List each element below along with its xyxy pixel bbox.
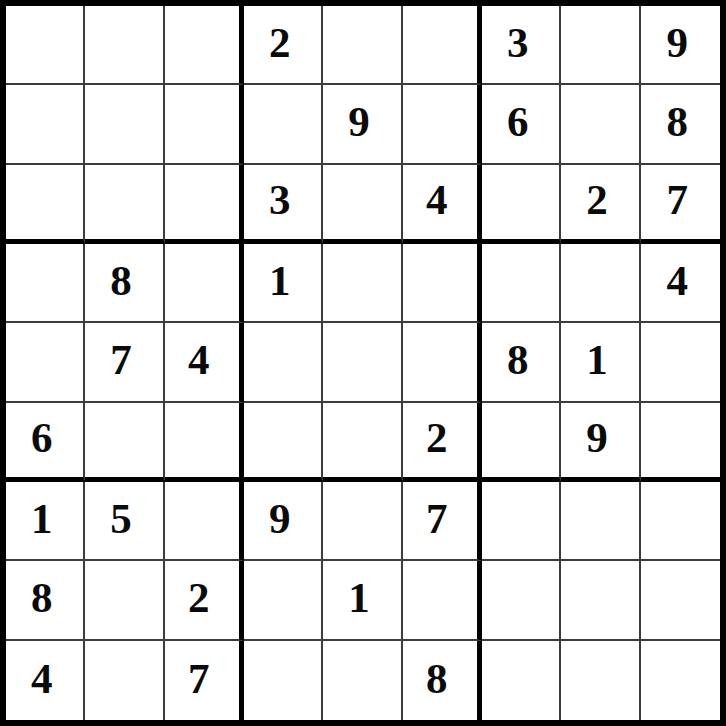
sudoku-cell[interactable]: 2 xyxy=(561,165,640,244)
sudoku-cell[interactable]: 4 xyxy=(165,323,244,402)
sudoku-cell[interactable] xyxy=(403,6,482,85)
cell-digit: 7 xyxy=(188,657,210,700)
sudoku-cell[interactable] xyxy=(85,561,164,640)
sudoku-cell[interactable]: 2 xyxy=(403,403,482,482)
cell-digit: 8 xyxy=(31,576,53,619)
sudoku-cell[interactable] xyxy=(323,6,402,85)
sudoku-cell[interactable]: 9 xyxy=(641,6,720,85)
sudoku-cell[interactable] xyxy=(85,403,164,482)
sudoku-cell[interactable]: 9 xyxy=(561,403,640,482)
cell-digit: 4 xyxy=(426,178,448,221)
sudoku-cell[interactable] xyxy=(561,641,640,720)
sudoku-cell[interactable]: 4 xyxy=(641,244,720,323)
cell-digit: 9 xyxy=(667,21,689,64)
sudoku-cell[interactable]: 4 xyxy=(6,641,85,720)
cell-digit: 6 xyxy=(507,100,529,143)
cell-digit: 9 xyxy=(269,497,291,540)
sudoku-cell[interactable]: 7 xyxy=(165,641,244,720)
sudoku-cell[interactable] xyxy=(165,6,244,85)
sudoku-cell[interactable] xyxy=(323,403,402,482)
sudoku-cell[interactable] xyxy=(482,165,561,244)
cell-digit: 2 xyxy=(586,178,608,221)
sudoku-cell[interactable]: 9 xyxy=(244,482,323,561)
cell-digit: 9 xyxy=(348,100,370,143)
sudoku-cell[interactable]: 1 xyxy=(244,244,323,323)
sudoku-cell[interactable] xyxy=(6,165,85,244)
sudoku-cell[interactable] xyxy=(244,323,323,402)
sudoku-cell[interactable]: 5 xyxy=(85,482,164,561)
sudoku-cell[interactable]: 7 xyxy=(85,323,164,402)
cell-digit: 2 xyxy=(188,576,210,619)
sudoku-cell[interactable] xyxy=(323,482,402,561)
sudoku-cell[interactable] xyxy=(323,641,402,720)
cell-digit: 8 xyxy=(667,100,689,143)
sudoku-cell[interactable] xyxy=(244,641,323,720)
sudoku-cell[interactable] xyxy=(482,641,561,720)
sudoku-cell[interactable] xyxy=(403,561,482,640)
sudoku-cell[interactable] xyxy=(85,85,164,164)
sudoku-cell[interactable] xyxy=(165,403,244,482)
sudoku-cell[interactable] xyxy=(244,85,323,164)
sudoku-cell[interactable] xyxy=(323,165,402,244)
sudoku-cell[interactable] xyxy=(561,6,640,85)
cell-digit: 7 xyxy=(110,338,132,381)
cell-digit: 6 xyxy=(31,416,53,459)
cell-digit: 1 xyxy=(269,259,291,302)
sudoku-cell[interactable] xyxy=(641,403,720,482)
cell-digit: 8 xyxy=(426,657,448,700)
cell-digit: 1 xyxy=(31,497,53,540)
sudoku-cell[interactable] xyxy=(6,6,85,85)
sudoku-cell[interactable]: 1 xyxy=(323,561,402,640)
sudoku-cell[interactable] xyxy=(641,641,720,720)
sudoku-cell[interactable] xyxy=(165,165,244,244)
cell-digit: 5 xyxy=(110,497,132,540)
cell-digit: 1 xyxy=(586,338,608,381)
sudoku-cell[interactable] xyxy=(165,482,244,561)
sudoku-cell[interactable] xyxy=(85,6,164,85)
sudoku-cell[interactable] xyxy=(323,323,402,402)
sudoku-cell[interactable] xyxy=(403,323,482,402)
sudoku-cell[interactable] xyxy=(6,85,85,164)
sudoku-cell[interactable]: 3 xyxy=(244,165,323,244)
sudoku-cell[interactable] xyxy=(244,403,323,482)
cell-digit: 8 xyxy=(507,338,529,381)
sudoku-cell[interactable] xyxy=(641,561,720,640)
cell-digit: 3 xyxy=(269,178,291,221)
cell-digit: 4 xyxy=(667,259,689,302)
sudoku-cell[interactable]: 8 xyxy=(482,323,561,402)
sudoku-cell[interactable] xyxy=(85,641,164,720)
sudoku-cell[interactable]: 9 xyxy=(323,85,402,164)
sudoku-cell[interactable] xyxy=(482,403,561,482)
sudoku-cell[interactable]: 1 xyxy=(6,482,85,561)
sudoku-cell[interactable]: 3 xyxy=(482,6,561,85)
cell-digit: 2 xyxy=(269,21,291,64)
sudoku-cell[interactable] xyxy=(561,561,640,640)
cell-digit: 7 xyxy=(426,497,448,540)
sudoku-cell[interactable]: 8 xyxy=(85,244,164,323)
sudoku-cell[interactable] xyxy=(482,244,561,323)
sudoku-board: 239968342781474816291597821478 xyxy=(0,0,726,726)
cell-digit: 1 xyxy=(348,576,370,619)
cell-digit: 8 xyxy=(110,259,132,302)
sudoku-cell[interactable] xyxy=(641,482,720,561)
sudoku-cell[interactable] xyxy=(6,244,85,323)
sudoku-cell[interactable] xyxy=(6,323,85,402)
sudoku-cell[interactable] xyxy=(561,85,640,164)
sudoku-cell[interactable] xyxy=(641,323,720,402)
sudoku-cell[interactable] xyxy=(403,85,482,164)
sudoku-cell[interactable] xyxy=(244,561,323,640)
sudoku-cell[interactable] xyxy=(561,482,640,561)
cell-digit: 9 xyxy=(586,416,608,459)
sudoku-cell[interactable] xyxy=(85,165,164,244)
cell-digit: 2 xyxy=(426,416,448,459)
sudoku-cell[interactable]: 2 xyxy=(165,561,244,640)
sudoku-cell[interactable] xyxy=(403,244,482,323)
sudoku-cell[interactable] xyxy=(482,482,561,561)
sudoku-cell[interactable]: 8 xyxy=(641,85,720,164)
sudoku-cell[interactable] xyxy=(323,244,402,323)
sudoku-cell[interactable]: 6 xyxy=(6,403,85,482)
sudoku-cell[interactable]: 8 xyxy=(403,641,482,720)
sudoku-cell[interactable]: 7 xyxy=(403,482,482,561)
sudoku-cell[interactable] xyxy=(561,244,640,323)
sudoku-cell[interactable]: 4 xyxy=(403,165,482,244)
sudoku-cell[interactable]: 8 xyxy=(6,561,85,640)
cell-digit: 3 xyxy=(507,21,529,64)
sudoku-cell[interactable] xyxy=(482,561,561,640)
cell-digit: 4 xyxy=(31,657,53,700)
sudoku-cell[interactable] xyxy=(165,85,244,164)
sudoku-cell[interactable] xyxy=(165,244,244,323)
cell-digit: 4 xyxy=(188,338,210,381)
cell-digit: 7 xyxy=(667,178,689,221)
sudoku-cell[interactable]: 1 xyxy=(561,323,640,402)
sudoku-cell[interactable]: 2 xyxy=(244,6,323,85)
sudoku-cell[interactable]: 7 xyxy=(641,165,720,244)
sudoku-cell[interactable]: 6 xyxy=(482,85,561,164)
